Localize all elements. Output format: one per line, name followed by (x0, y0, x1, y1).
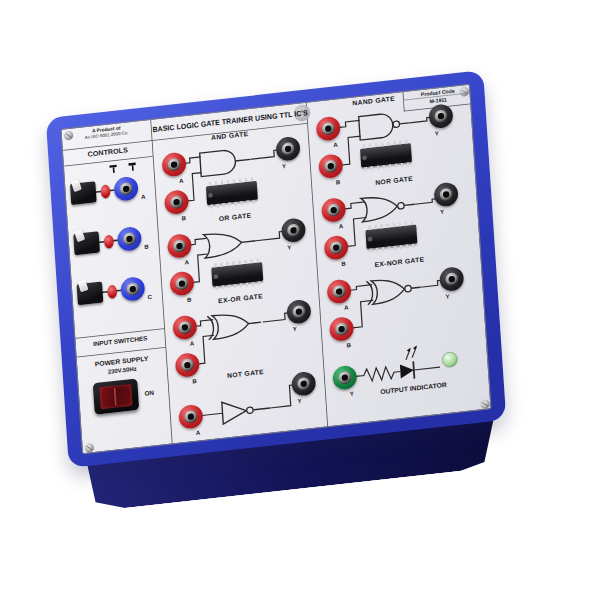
nor-input-a-label: A (339, 222, 344, 230)
toggle-switch-c[interactable] (77, 281, 104, 305)
channel-a-label: A (141, 193, 146, 201)
and-output-y-label: Y (282, 163, 286, 170)
switch-lever (71, 179, 82, 192)
channel-c-jack[interactable] (120, 276, 145, 302)
and-gate-symbol (194, 144, 252, 181)
logic-gate-trainer: BASIC LOGIC GATE TRAINER USING TTL IC'S … (46, 70, 507, 468)
toggle-switch-a[interactable] (70, 181, 97, 205)
channel-b-label: B (144, 243, 149, 251)
ic-chip (206, 181, 258, 205)
channel-a-led (100, 184, 110, 198)
nor-output-y-label: Y (440, 208, 444, 215)
and-input-a-label: A (179, 177, 184, 185)
switch-position-icon (128, 162, 138, 171)
input-channel-b: B (68, 225, 158, 257)
not-output-y-label: Y (297, 397, 301, 404)
channel-b-led (104, 234, 114, 248)
nand-gate-symbol (353, 107, 411, 144)
ic-chip (365, 225, 417, 249)
channel-a-jack[interactable] (113, 176, 138, 202)
ic-notch (213, 274, 218, 279)
ex-nor-input-a-label: A (344, 304, 349, 312)
ex-or-output-y-label: Y (293, 325, 297, 332)
ex-or-input-a-label: A (190, 340, 195, 348)
case: BASIC LOGIC GATE TRAINER USING TTL IC'S … (46, 70, 507, 468)
photo-background: BASIC LOGIC GATE TRAINER USING TTL IC'S … (0, 0, 600, 600)
not-input-a-label: A (196, 429, 201, 437)
ic-notch (367, 237, 372, 242)
channel-c-label: C (147, 293, 152, 301)
ic-chip (360, 143, 412, 167)
power-on-label: ON (144, 389, 154, 397)
input-channel-a: A (65, 175, 155, 207)
ic-notch (208, 193, 213, 198)
trainer-panel: BASIC LOGIC GATE TRAINER USING TTL IC'S … (60, 84, 491, 455)
channel-b-jack[interactable] (117, 226, 142, 252)
power-rocker-switch[interactable] (93, 378, 139, 414)
ic-notch (362, 155, 367, 160)
resistor-symbol (360, 365, 400, 382)
input-channel-c: C (72, 275, 162, 307)
switch-lever (78, 279, 89, 292)
or-gate-symbol (199, 225, 257, 262)
ex-nor-output-y-label: Y (445, 293, 449, 300)
switch-lever (74, 229, 85, 242)
toggle-switch-b[interactable] (73, 231, 100, 255)
nand-output-y-label: Y (435, 130, 439, 137)
output-indicator-section: Y OUTPUT INDICATOR (322, 329, 492, 429)
nor-gate-symbol (358, 189, 416, 226)
not-gate-symbol (214, 392, 272, 429)
channel-c-led (107, 285, 117, 299)
ex-nor-gate-symbol (364, 272, 422, 309)
or-output-y-label: Y (287, 244, 291, 251)
led-symbol (400, 363, 414, 379)
screw-icon (85, 443, 94, 453)
switch-position-icon (109, 164, 119, 173)
or-input-a-label: A (184, 258, 189, 266)
nand-input-a-label: A (333, 141, 338, 149)
ic-chip (211, 262, 263, 286)
ex-or-gate-symbol (205, 307, 263, 344)
rocker-face (99, 384, 132, 409)
